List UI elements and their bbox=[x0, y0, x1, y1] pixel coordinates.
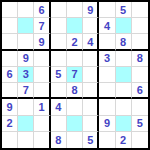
cell-r2c6[interactable] bbox=[83, 18, 99, 34]
cell-r3c3[interactable]: 9 bbox=[34, 34, 50, 50]
cell-r3c2[interactable] bbox=[18, 34, 34, 50]
cell-r4c6[interactable] bbox=[83, 51, 99, 67]
cell-r2c8[interactable] bbox=[116, 18, 132, 34]
cell-r9c9[interactable] bbox=[132, 132, 148, 148]
cell-r8c9[interactable]: 5 bbox=[132, 116, 148, 132]
cell-r3c7[interactable] bbox=[99, 34, 115, 50]
cell-r8c4[interactable] bbox=[51, 116, 67, 132]
cell-r7c1[interactable]: 9 bbox=[2, 99, 18, 115]
cell-r8c8[interactable] bbox=[116, 116, 132, 132]
cell-r5c3[interactable] bbox=[34, 67, 50, 83]
cell-r8c1[interactable]: 2 bbox=[2, 116, 18, 132]
cell-r2c9[interactable] bbox=[132, 18, 148, 34]
cell-r7c5[interactable] bbox=[67, 99, 83, 115]
cell-r4c2[interactable]: 9 bbox=[18, 51, 34, 67]
cell-r6c9[interactable]: 6 bbox=[132, 83, 148, 99]
cell-r5c8[interactable] bbox=[116, 67, 132, 83]
cell-r6c4[interactable] bbox=[51, 83, 67, 99]
cell-r8c5[interactable] bbox=[67, 116, 83, 132]
cell-r5c2[interactable]: 3 bbox=[18, 67, 34, 83]
cell-r6c5[interactable]: 8 bbox=[67, 83, 83, 99]
cell-r7c7[interactable] bbox=[99, 99, 115, 115]
cell-r6c2[interactable]: 7 bbox=[18, 83, 34, 99]
cell-r5c7[interactable] bbox=[99, 67, 115, 83]
cell-r7c4[interactable]: 4 bbox=[51, 99, 67, 115]
cell-r9c7[interactable] bbox=[99, 132, 115, 148]
cell-r1c3[interactable]: 6 bbox=[34, 2, 50, 18]
cell-r1c6[interactable]: 9 bbox=[83, 2, 99, 18]
cell-r1c7[interactable] bbox=[99, 2, 115, 18]
cell-r8c7[interactable]: 9 bbox=[99, 116, 115, 132]
cell-r9c4[interactable]: 8 bbox=[51, 132, 67, 148]
cell-r3c5[interactable]: 2 bbox=[67, 34, 83, 50]
cell-r4c8[interactable] bbox=[116, 51, 132, 67]
cell-r1c8[interactable]: 5 bbox=[116, 2, 132, 18]
cell-r4c4[interactable] bbox=[51, 51, 67, 67]
cell-r1c2[interactable] bbox=[18, 2, 34, 18]
cell-r4c1[interactable] bbox=[2, 51, 18, 67]
cell-r8c2[interactable] bbox=[18, 116, 34, 132]
cell-r1c9[interactable] bbox=[132, 2, 148, 18]
cell-r9c8[interactable]: 2 bbox=[116, 132, 132, 148]
cell-r6c3[interactable] bbox=[34, 83, 50, 99]
cell-r7c3[interactable]: 1 bbox=[34, 99, 50, 115]
cell-r5c9[interactable] bbox=[132, 67, 148, 83]
cell-r8c6[interactable] bbox=[83, 116, 99, 132]
cell-r4c9[interactable]: 8 bbox=[132, 51, 148, 67]
cell-r6c7[interactable] bbox=[99, 83, 115, 99]
cell-r2c5[interactable] bbox=[67, 18, 83, 34]
cell-r4c5[interactable] bbox=[67, 51, 83, 67]
cell-r2c2[interactable] bbox=[18, 18, 34, 34]
cell-r9c3[interactable] bbox=[34, 132, 50, 148]
cell-r6c8[interactable] bbox=[116, 83, 132, 99]
cell-r3c1[interactable] bbox=[2, 34, 18, 50]
cell-r3c8[interactable]: 8 bbox=[116, 34, 132, 50]
cell-r2c3[interactable]: 7 bbox=[34, 18, 50, 34]
cell-r7c2[interactable] bbox=[18, 99, 34, 115]
cell-r5c6[interactable] bbox=[83, 67, 99, 83]
cell-r1c4[interactable] bbox=[51, 2, 67, 18]
cell-r5c5[interactable]: 7 bbox=[67, 67, 83, 83]
cell-r3c6[interactable]: 4 bbox=[83, 34, 99, 50]
cell-r7c6[interactable] bbox=[83, 99, 99, 115]
cell-r9c1[interactable] bbox=[2, 132, 18, 148]
cell-r2c7[interactable]: 4 bbox=[99, 18, 115, 34]
cell-r6c6[interactable] bbox=[83, 83, 99, 99]
cell-r7c8[interactable] bbox=[116, 99, 132, 115]
cell-r8c3[interactable] bbox=[34, 116, 50, 132]
cell-r5c4[interactable]: 5 bbox=[51, 67, 67, 83]
cell-r9c5[interactable] bbox=[67, 132, 83, 148]
cell-r1c5[interactable] bbox=[67, 2, 83, 18]
cell-r2c1[interactable] bbox=[2, 18, 18, 34]
cell-r2c4[interactable] bbox=[51, 18, 67, 34]
cell-r4c7[interactable]: 3 bbox=[99, 51, 115, 67]
cell-r4c3[interactable] bbox=[34, 51, 50, 67]
cell-r9c6[interactable]: 5 bbox=[83, 132, 99, 148]
cell-r9c2[interactable] bbox=[18, 132, 34, 148]
sudoku-board: 6957492489386357786914295852 bbox=[0, 0, 150, 150]
cell-r1c1[interactable] bbox=[2, 2, 18, 18]
cell-r3c4[interactable] bbox=[51, 34, 67, 50]
cell-r7c9[interactable] bbox=[132, 99, 148, 115]
cell-r5c1[interactable]: 6 bbox=[2, 67, 18, 83]
cell-r3c9[interactable] bbox=[132, 34, 148, 50]
cell-r6c1[interactable] bbox=[2, 83, 18, 99]
